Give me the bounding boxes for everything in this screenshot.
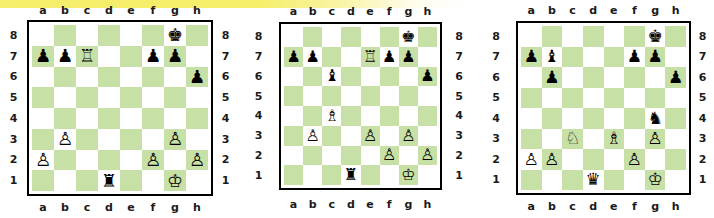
square-f8 [380,27,399,47]
square-f4 [624,108,645,129]
square-h2: ♙ [186,150,208,171]
rank-label-5: 5 [255,90,263,103]
square-b2 [303,146,322,166]
square-c5 [562,88,583,109]
square-e3 [120,129,142,150]
square-b6 [54,67,76,88]
square-e1 [361,165,380,185]
square-e1 [604,170,625,191]
square-a7: ♟ [521,47,542,68]
square-f5 [142,87,164,108]
square-h1 [186,170,208,191]
white-king-g1: ♔ [167,172,183,190]
white-bishop-c4: ♗ [325,108,339,124]
square-b1 [303,165,322,185]
square-d6 [98,67,120,88]
square-a7: ♟ [284,47,303,67]
square-f2: ♙ [142,150,164,171]
square-e8 [604,26,625,47]
file-label-e: e [120,4,142,17]
square-c8 [76,25,98,46]
file-label-e: e [120,201,142,214]
square-f3 [142,129,164,150]
square-b2 [54,150,76,171]
square-h7 [418,47,437,67]
rank-labels-right: 87654321 [213,25,238,191]
square-e2 [120,150,142,171]
square-f2: ♙ [624,149,645,170]
square-c2 [76,150,98,171]
file-label-g: g [645,200,666,213]
square-e5 [604,88,625,109]
file-label-d: d [341,198,360,211]
square-e8 [361,27,380,47]
file-label-d: d [98,4,120,17]
square-d3 [583,129,604,150]
square-f6 [380,67,399,87]
file-label-e: e [604,4,625,17]
square-g8: ♚ [645,26,666,47]
square-b5 [54,87,76,108]
square-b1 [54,170,76,191]
square-b7: ♝ [542,47,563,68]
square-e5 [120,87,142,108]
file-label-c: c [322,198,341,211]
rank-labels-left: 87654321 [238,27,279,185]
square-e4 [604,108,625,129]
rank-label-2: 2 [455,149,463,162]
rank-label-7: 7 [492,50,500,63]
file-label-h: h [665,4,686,17]
rank-label-8: 8 [222,29,230,42]
file-label-c: c [76,201,98,214]
square-f7: ♟ [624,47,645,68]
square-h7 [665,47,686,68]
file-label-c: c [76,4,98,17]
square-e3: ♗ [604,129,625,150]
square-a1 [521,170,542,191]
rank-label-7: 7 [222,50,230,63]
square-d5 [341,86,360,106]
file-label-e: e [361,5,380,18]
square-f7: ♟ [142,46,164,67]
file-label-h: h [418,198,437,211]
file-label-a: a [284,198,303,211]
square-d4 [98,108,120,129]
square-e2 [604,149,625,170]
square-c1 [76,170,98,191]
square-b8 [54,25,76,46]
diagram-2-panel: abcdefgh 87654321 ♚♟♟♖♟♟♝♟♗♙♙♙♙♙♜♔ 87654… [238,0,476,218]
black-king-g8: ♚ [167,26,183,44]
file-label-f: f [624,4,645,17]
file-label-c: c [322,5,341,18]
square-f3 [380,126,399,146]
rank-label-6: 6 [10,70,18,83]
square-c5 [76,87,98,108]
rank-label-4: 4 [222,112,230,125]
rank-label-7: 7 [10,50,18,63]
square-b6 [303,67,322,87]
square-d8 [98,25,120,46]
square-h2 [665,149,686,170]
white-king-g1: ♔ [401,167,415,183]
white-pawn-f2: ♙ [382,147,396,163]
square-h4 [186,108,208,129]
rank-label-3: 3 [699,132,707,145]
rank-label-8: 8 [455,30,463,43]
rank-label-8: 8 [255,30,263,43]
square-g7: ♟ [399,47,418,67]
square-b3 [542,129,563,150]
file-labels-bottom: abcdefgh [284,190,437,218]
black-pawn-h6: ♟ [420,68,434,84]
square-h7 [186,46,208,67]
square-a8 [32,25,54,46]
rank-label-2: 2 [699,153,707,166]
square-a8 [284,27,303,47]
square-a5 [284,86,303,106]
square-g4 [164,108,186,129]
square-a1 [32,170,54,191]
square-g5 [399,86,418,106]
square-b3: ♙ [54,129,76,150]
rank-label-2: 2 [222,153,230,166]
square-h2: ♙ [418,146,437,166]
rank-label-3: 3 [492,132,500,145]
rank-label-5: 5 [222,91,230,104]
black-king-g8: ♚ [401,29,415,45]
black-pawn-b7: ♟ [306,49,320,65]
square-g3: ♙ [645,129,666,150]
square-c3 [322,126,341,146]
square-g2 [645,149,666,170]
rank-label-1: 1 [699,173,707,186]
square-b4 [542,108,563,129]
square-h3 [186,129,208,150]
square-g4: ♞ [645,108,666,129]
file-label-h: h [418,5,437,18]
square-h6: ♟ [665,67,686,88]
square-c8 [322,27,341,47]
square-d6 [583,67,604,88]
square-g7: ♟ [645,47,666,68]
square-e8 [120,25,142,46]
square-e7: ♖ [361,47,380,67]
rank-label-1: 1 [455,169,463,182]
file-label-b: b [542,200,563,213]
file-label-h: h [186,4,208,17]
square-d3 [341,126,360,146]
square-a3 [284,126,303,146]
chessboard-3-grid: ♚♟♝♟♟♟♟♞♘♗♙♙♙♙♛♔ [521,26,686,190]
black-pawn-a7: ♟ [286,49,300,65]
square-a8 [521,26,542,47]
square-a2: ♙ [32,150,54,171]
square-c4 [76,108,98,129]
file-label-b: b [54,201,76,214]
square-d2 [583,149,604,170]
square-h1 [418,165,437,185]
rank-label-2: 2 [255,149,263,162]
square-h3 [418,126,437,146]
square-d4 [341,106,360,126]
white-pawn-b2: ♙ [544,151,559,168]
black-pawn-g7: ♟ [647,48,662,65]
chessboard-3: ♚♟♝♟♟♟♟♞♘♗♙♙♙♙♛♔ [516,21,691,195]
square-a2 [284,146,303,166]
square-g1: ♔ [399,165,418,185]
rank-label-6: 6 [699,71,707,84]
square-a3 [521,129,542,150]
file-label-g: g [164,4,186,17]
square-g2 [164,150,186,171]
rank-label-8: 8 [492,30,500,43]
square-h4 [665,108,686,129]
square-e3: ♙ [361,126,380,146]
square-f1 [380,165,399,185]
square-c4: ♗ [322,106,341,126]
square-c7 [322,47,341,67]
square-a5 [32,87,54,108]
square-g4 [399,106,418,126]
square-b8 [542,26,563,47]
black-pawn-f7: ♟ [382,49,396,65]
square-b2: ♙ [542,149,563,170]
square-g5 [164,87,186,108]
square-h3 [665,129,686,150]
square-e6 [361,67,380,87]
rank-label-5: 5 [10,91,18,104]
white-knight-c3: ♘ [565,130,580,147]
square-h6: ♟ [418,67,437,87]
square-d1: ♜ [98,170,120,191]
square-c1 [322,165,341,185]
black-pawn-f7: ♟ [627,48,642,65]
rank-label-4: 4 [455,109,463,122]
square-g1: ♔ [645,170,666,191]
black-pawn-a7: ♟ [35,47,51,65]
file-label-d: d [583,4,604,17]
rank-labels-left: 87654321 [476,26,516,190]
file-label-f: f [380,5,399,18]
chessboard-1: ♚♟♟♖♟♟♟♙♙♙♙♙♜♔ [27,20,213,196]
file-label-e: e [604,200,625,213]
white-rook-e7: ♖ [363,49,377,65]
file-label-b: b [303,198,322,211]
black-pawn-g7: ♟ [167,47,183,65]
square-e6 [120,67,142,88]
square-c7 [562,47,583,68]
rank-label-2: 2 [492,153,500,166]
square-f5 [380,86,399,106]
file-labels-top: abcdefgh [521,0,686,21]
file-labels-bottom: abcdefgh [521,195,686,218]
square-h5 [418,86,437,106]
square-b8 [303,27,322,47]
file-label-h: h [665,200,686,213]
square-c6 [562,67,583,88]
black-king-g8: ♚ [647,28,662,45]
square-e4 [361,106,380,126]
square-c3 [76,129,98,150]
rank-label-7: 7 [255,50,263,63]
white-pawn-h2: ♙ [420,147,434,163]
square-a5 [521,88,542,109]
file-labels-top: abcdefgh [284,0,437,22]
square-e7 [604,47,625,68]
square-h8 [665,26,686,47]
square-d2 [98,150,120,171]
square-b4 [303,106,322,126]
square-f8 [624,26,645,47]
square-d7 [341,47,360,67]
square-f7: ♟ [380,47,399,67]
square-e7 [120,46,142,67]
white-pawn-g3: ♙ [401,128,415,144]
square-e2 [361,146,380,166]
square-c5 [322,86,341,106]
square-f8 [142,25,164,46]
square-h1 [665,170,686,191]
square-c6: ♝ [322,67,341,87]
square-c3: ♘ [562,129,583,150]
rank-label-1: 1 [10,174,18,187]
file-label-g: g [399,5,418,18]
black-pawn-f7: ♟ [145,47,161,65]
file-label-f: f [380,198,399,211]
diagram-1-panel: abcdefgh 87654321 ♚♟♟♖♟♟♟♙♙♙♙♙♜♔ 8765432… [0,0,238,218]
square-a6 [521,67,542,88]
square-b1 [542,170,563,191]
black-rook-d1: ♜ [344,167,358,183]
square-a4 [284,106,303,126]
square-d5 [583,88,604,109]
square-c7: ♖ [76,46,98,67]
square-h8 [186,25,208,46]
chessboard-2: ♚♟♟♖♟♟♝♟♗♙♙♙♙♙♜♔ [279,22,442,190]
square-g6 [645,67,666,88]
square-d8 [341,27,360,47]
rank-label-4: 4 [10,112,18,125]
square-f6 [142,67,164,88]
rank-label-5: 5 [492,91,500,104]
rank-label-8: 8 [10,29,18,42]
square-h5 [186,87,208,108]
square-b7: ♟ [54,46,76,67]
square-f5 [624,88,645,109]
file-labels-top: abcdefgh [32,0,208,20]
square-c8 [562,26,583,47]
file-label-g: g [164,201,186,214]
square-b4 [54,108,76,129]
square-d1: ♛ [583,170,604,191]
square-e4 [120,108,142,129]
square-b5 [303,86,322,106]
square-g6 [399,67,418,87]
white-pawn-g3: ♙ [167,130,183,148]
file-label-a: a [32,4,54,17]
square-h6: ♟ [186,67,208,88]
square-a7: ♟ [32,46,54,67]
rank-labels-left: 87654321 [0,25,27,191]
square-e5 [361,86,380,106]
white-pawn-a2: ♙ [524,151,539,168]
square-a2: ♙ [521,149,542,170]
square-d4 [583,108,604,129]
square-g5 [645,88,666,109]
square-a4 [521,108,542,129]
black-pawn-h6: ♟ [668,69,683,86]
file-label-d: d [583,200,604,213]
file-label-a: a [32,201,54,214]
rank-labels-right: 87654321 [691,26,714,190]
square-e1 [120,170,142,191]
square-d2 [341,146,360,166]
square-d7 [583,47,604,68]
diagram-3-panel: abcdefgh 87654321 ♚♟♝♟♟♟♟♞♘♗♙♙♙♙♛♔ 87654… [476,0,714,218]
chessboard-2-grid: ♚♟♟♖♟♟♝♟♗♙♙♙♙♙♜♔ [284,27,437,185]
square-h8 [418,27,437,47]
square-b7: ♟ [303,47,322,67]
rank-label-8: 8 [699,30,707,43]
square-g8: ♚ [164,25,186,46]
black-bishop-b7: ♝ [544,48,559,65]
white-bishop-e3: ♗ [606,130,621,147]
square-d6 [341,67,360,87]
square-b3: ♙ [303,126,322,146]
black-bishop-c6: ♝ [325,68,339,84]
square-f4 [380,106,399,126]
square-c6 [76,67,98,88]
square-c4 [562,108,583,129]
rank-label-6: 6 [222,70,230,83]
square-d5 [98,87,120,108]
white-pawn-f2: ♙ [627,151,642,168]
file-label-g: g [399,198,418,211]
file-label-b: b [542,4,563,17]
square-a1 [284,165,303,185]
file-label-f: f [142,201,164,214]
square-a6 [284,67,303,87]
file-label-b: b [54,4,76,17]
file-labels-bottom: abcdefgh [32,196,208,218]
square-g6 [164,67,186,88]
square-g3: ♙ [399,126,418,146]
black-queen-d1: ♛ [586,171,601,188]
square-g8: ♚ [399,27,418,47]
white-rook-c7: ♖ [79,47,95,65]
square-d3 [98,129,120,150]
square-c2 [562,149,583,170]
black-knight-g4: ♞ [647,110,662,127]
black-pawn-a7: ♟ [524,48,539,65]
square-f6 [624,67,645,88]
file-label-c: c [562,200,583,213]
square-e6 [604,67,625,88]
black-pawn-h6: ♟ [189,68,205,86]
square-c1 [562,170,583,191]
square-f4 [142,108,164,129]
file-label-e: e [361,198,380,211]
black-pawn-b6: ♟ [544,69,559,86]
square-d1: ♜ [341,165,360,185]
white-pawn-b3: ♙ [57,130,73,148]
file-label-f: f [142,4,164,17]
rank-label-5: 5 [455,90,463,103]
square-f3 [624,129,645,150]
square-a3 [32,129,54,150]
